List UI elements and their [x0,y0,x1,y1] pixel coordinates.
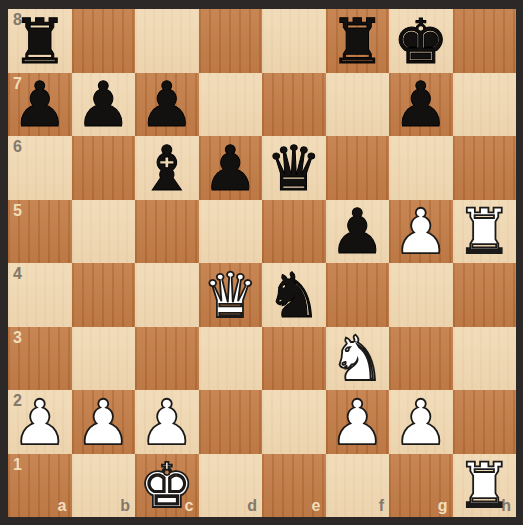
piece-black-pawn[interactable]: ♟ [75,74,131,136]
square-a1[interactable]: 1a [8,454,72,518]
square-c4[interactable] [135,263,199,327]
piece-black-pawn[interactable]: ♟ [202,138,258,200]
square-a4[interactable]: 4 [8,263,72,327]
file-label-f: f [379,498,384,514]
square-h2[interactable] [453,390,517,454]
piece-white-pawn[interactable]: ♟ [139,392,195,454]
square-f4[interactable] [326,263,390,327]
square-g1[interactable]: g [389,454,453,518]
square-d4[interactable]: ♛ [199,263,263,327]
square-h5[interactable]: ♜ [453,200,517,264]
square-e1[interactable]: e [262,454,326,518]
square-b6[interactable] [72,136,136,200]
piece-white-queen[interactable]: ♛ [202,265,258,327]
square-h3[interactable] [453,327,517,391]
square-d1[interactable]: d [199,454,263,518]
square-f1[interactable]: f [326,454,390,518]
square-f3[interactable]: ♞ [326,327,390,391]
square-d2[interactable] [199,390,263,454]
square-c3[interactable] [135,327,199,391]
square-f2[interactable]: ♟ [326,390,390,454]
square-b8[interactable] [72,9,136,73]
square-g5[interactable]: ♟ [389,200,453,264]
square-a5[interactable]: 5 [8,200,72,264]
piece-white-pawn[interactable]: ♟ [393,392,449,454]
square-b1[interactable]: b [72,454,136,518]
square-g7[interactable]: ♟ [389,73,453,137]
square-b3[interactable] [72,327,136,391]
board-frame: 8♜♜♚7♟♟♟♟6♝♟♛5♟♟♜4♛♞3♞2♟♟♟♟♟1abc♚defgh♜ [0,0,523,525]
rank-label-1: 1 [13,457,22,473]
square-c1[interactable]: c♚ [135,454,199,518]
piece-white-knight[interactable]: ♞ [329,328,385,390]
piece-white-king[interactable]: ♚ [139,455,195,517]
chess-board: 8♜♜♚7♟♟♟♟6♝♟♛5♟♟♜4♛♞3♞2♟♟♟♟♟1abc♚defgh♜ [8,9,516,517]
piece-white-pawn[interactable]: ♟ [329,392,385,454]
piece-black-rook[interactable]: ♜ [329,11,385,73]
file-label-b: b [120,498,130,514]
square-d8[interactable] [199,9,263,73]
square-b7[interactable]: ♟ [72,73,136,137]
square-a3[interactable]: 3 [8,327,72,391]
square-g4[interactable] [389,263,453,327]
piece-black-pawn[interactable]: ♟ [139,74,195,136]
square-g8[interactable]: ♚ [389,9,453,73]
square-b2[interactable]: ♟ [72,390,136,454]
square-a6[interactable]: 6 [8,136,72,200]
piece-black-king[interactable]: ♚ [393,11,449,73]
square-c2[interactable]: ♟ [135,390,199,454]
piece-black-queen[interactable]: ♛ [266,138,322,200]
piece-white-pawn[interactable]: ♟ [75,392,131,454]
file-label-a: a [58,498,67,514]
square-d7[interactable] [199,73,263,137]
piece-black-pawn[interactable]: ♟ [12,74,68,136]
piece-white-pawn[interactable]: ♟ [12,392,68,454]
square-a8[interactable]: 8♜ [8,9,72,73]
piece-black-bishop[interactable]: ♝ [139,138,195,200]
piece-black-rook[interactable]: ♜ [12,11,68,73]
square-e4[interactable]: ♞ [262,263,326,327]
piece-white-rook[interactable]: ♜ [456,455,512,517]
square-e7[interactable] [262,73,326,137]
square-g2[interactable]: ♟ [389,390,453,454]
square-a2[interactable]: 2♟ [8,390,72,454]
rank-label-4: 4 [13,266,22,282]
file-label-d: d [247,498,257,514]
square-a7[interactable]: 7♟ [8,73,72,137]
piece-white-rook[interactable]: ♜ [456,201,512,263]
piece-black-knight[interactable]: ♞ [266,265,322,327]
square-f7[interactable] [326,73,390,137]
square-h4[interactable] [453,263,517,327]
square-f6[interactable] [326,136,390,200]
file-label-g: g [438,498,448,514]
square-e3[interactable] [262,327,326,391]
square-g6[interactable] [389,136,453,200]
square-h8[interactable] [453,9,517,73]
square-e6[interactable]: ♛ [262,136,326,200]
square-g3[interactable] [389,327,453,391]
square-c6[interactable]: ♝ [135,136,199,200]
square-c5[interactable] [135,200,199,264]
square-c7[interactable]: ♟ [135,73,199,137]
square-d3[interactable] [199,327,263,391]
square-b5[interactable] [72,200,136,264]
piece-white-pawn[interactable]: ♟ [393,201,449,263]
rank-label-6: 6 [13,139,22,155]
square-h1[interactable]: h♜ [453,454,517,518]
rank-label-5: 5 [13,203,22,219]
square-f5[interactable]: ♟ [326,200,390,264]
square-h6[interactable] [453,136,517,200]
rank-label-3: 3 [13,330,22,346]
square-b4[interactable] [72,263,136,327]
square-e5[interactable] [262,200,326,264]
file-label-e: e [312,498,321,514]
square-d6[interactable]: ♟ [199,136,263,200]
piece-black-pawn[interactable]: ♟ [393,74,449,136]
square-h7[interactable] [453,73,517,137]
square-f8[interactable]: ♜ [326,9,390,73]
square-d5[interactable] [199,200,263,264]
square-e8[interactable] [262,9,326,73]
piece-black-pawn[interactable]: ♟ [329,201,385,263]
square-e2[interactable] [262,390,326,454]
square-c8[interactable] [135,9,199,73]
